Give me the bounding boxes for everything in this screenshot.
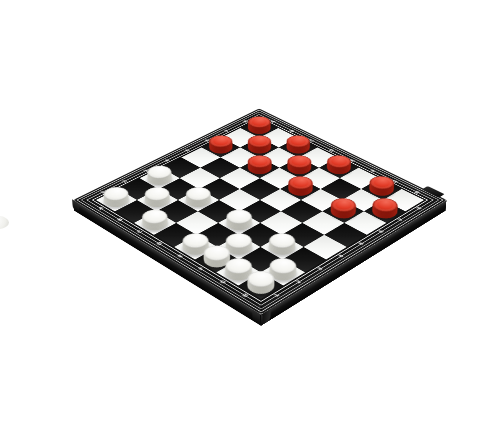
file-label-far-b: B — [288, 129, 295, 132]
file-label-near-f: F — [197, 266, 205, 271]
file-label-far-d: D — [328, 148, 335, 152]
partial-white-piece-left-edge — [0, 216, 9, 229]
rank-label-right-3: 3 — [316, 266, 324, 271]
file-label-near-d: D — [155, 241, 163, 246]
rank-label-right-6: 6 — [378, 229, 386, 233]
partial-piece-top — [0, 216, 9, 229]
rank-label-left-2: 2 — [122, 179, 129, 183]
rank-label-right-2: 2 — [295, 279, 303, 284]
board-scene: AA88BB77CC66DD55EE44FF33GG22HH11 — [0, 0, 502, 430]
file-label-near-c: C — [135, 229, 143, 233]
file-label-near-g: G — [218, 279, 226, 284]
file-label-near-b: B — [116, 217, 124, 221]
hinge-knuckle-left-corner — [72, 199, 79, 213]
file-label-far-h: H — [413, 190, 421, 194]
file-label-near-h: H — [241, 292, 250, 297]
rank-label-right-5: 5 — [358, 241, 366, 245]
checkers-board: AA88BB77CC66DD55EE44FF33GG22HH11 — [73, 109, 446, 315]
product-photo-page: AA88BB77CC66DD55EE44FF33GG22HH11 — [0, 0, 502, 430]
rank-label-right-1: 1 — [273, 293, 281, 298]
file-label-far-f: F — [369, 169, 376, 173]
rank-label-right-4: 4 — [337, 254, 345, 258]
rank-label-right-7: 7 — [397, 217, 404, 221]
red-piece-d7 — [283, 159, 316, 176]
hinge-knuckle-bottom-corner — [252, 309, 262, 327]
rank-label-left-7: 7 — [224, 129, 231, 132]
rank-label-left-5: 5 — [184, 149, 191, 153]
file-label-near-e: E — [176, 254, 184, 258]
rank-label-right-8: 8 — [416, 206, 423, 210]
rank-label-left-4: 4 — [164, 159, 171, 163]
clasp-tab — [422, 186, 445, 198]
file-label-near-a: A — [97, 206, 105, 210]
